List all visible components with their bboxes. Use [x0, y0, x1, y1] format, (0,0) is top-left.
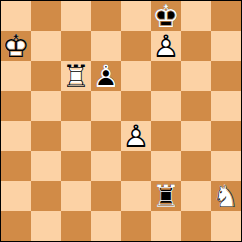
square-h2[interactable]: ♞♘ [211, 181, 241, 211]
square-a4[interactable] [1, 121, 31, 151]
square-h5[interactable] [211, 91, 241, 121]
square-b4[interactable] [31, 121, 61, 151]
square-c8[interactable] [61, 1, 91, 31]
square-h8[interactable] [211, 1, 241, 31]
square-f1[interactable] [151, 211, 181, 241]
square-e5[interactable] [121, 91, 151, 121]
square-e7[interactable] [121, 31, 151, 61]
white-knight-fill: ♞ [211, 181, 241, 211]
square-b7[interactable] [31, 31, 61, 61]
square-g1[interactable] [181, 211, 211, 241]
square-g4[interactable] [181, 121, 211, 151]
square-f4[interactable] [151, 121, 181, 151]
chess-board: ♚♔♚♔♟♙♜♖♟♙♟♙♜♖♞♘ [0, 0, 242, 242]
white-pawn-icon: ♙ [121, 121, 151, 151]
square-d4[interactable] [91, 121, 121, 151]
black-king-icon: ♔ [151, 1, 181, 31]
square-c7[interactable] [61, 31, 91, 61]
square-g7[interactable] [181, 31, 211, 61]
square-f5[interactable] [151, 91, 181, 121]
square-f8[interactable]: ♚♔ [151, 1, 181, 31]
square-c4[interactable] [61, 121, 91, 151]
black-rook-icon: ♖ [151, 181, 181, 211]
square-a3[interactable] [1, 151, 31, 181]
square-g3[interactable] [181, 151, 211, 181]
square-h1[interactable] [211, 211, 241, 241]
white-pawn-fill: ♟ [121, 121, 151, 151]
square-a7[interactable]: ♚♔ [1, 31, 31, 61]
square-e3[interactable] [121, 151, 151, 181]
black-pawn-fill: ♟ [91, 61, 121, 91]
square-h6[interactable] [211, 61, 241, 91]
white-knight-icon: ♘ [211, 181, 241, 211]
square-d8[interactable] [91, 1, 121, 31]
square-g8[interactable] [181, 1, 211, 31]
square-b2[interactable] [31, 181, 61, 211]
square-e1[interactable] [121, 211, 151, 241]
square-g6[interactable] [181, 61, 211, 91]
square-c5[interactable] [61, 91, 91, 121]
square-b5[interactable] [31, 91, 61, 121]
black-king-fill: ♚ [151, 1, 181, 31]
square-d7[interactable] [91, 31, 121, 61]
square-e6[interactable] [121, 61, 151, 91]
square-d1[interactable] [91, 211, 121, 241]
white-pawn-icon: ♙ [151, 31, 181, 61]
square-f3[interactable] [151, 151, 181, 181]
white-rook-icon: ♖ [61, 61, 91, 91]
chess-board-screenshot: ♚♔♚♔♟♙♜♖♟♙♟♙♜♖♞♘ [0, 0, 242, 242]
square-f2[interactable]: ♜♖ [151, 181, 181, 211]
square-h3[interactable] [211, 151, 241, 181]
square-d5[interactable] [91, 91, 121, 121]
square-f7[interactable]: ♟♙ [151, 31, 181, 61]
black-rook-fill: ♜ [151, 181, 181, 211]
square-b1[interactable] [31, 211, 61, 241]
square-d6[interactable]: ♟♙ [91, 61, 121, 91]
square-b6[interactable] [31, 61, 61, 91]
white-king-fill: ♚ [1, 31, 31, 61]
white-rook-fill: ♜ [61, 61, 91, 91]
square-a1[interactable] [1, 211, 31, 241]
square-b8[interactable] [31, 1, 61, 31]
square-f6[interactable] [151, 61, 181, 91]
square-c6[interactable]: ♜♖ [61, 61, 91, 91]
square-d3[interactable] [91, 151, 121, 181]
square-c2[interactable] [61, 181, 91, 211]
square-e8[interactable] [121, 1, 151, 31]
black-pawn-icon: ♙ [91, 61, 121, 91]
square-c1[interactable] [61, 211, 91, 241]
white-pawn-fill: ♟ [151, 31, 181, 61]
square-a5[interactable] [1, 91, 31, 121]
square-h4[interactable] [211, 121, 241, 151]
square-a2[interactable] [1, 181, 31, 211]
square-g5[interactable] [181, 91, 211, 121]
square-h7[interactable] [211, 31, 241, 61]
square-a8[interactable] [1, 1, 31, 31]
white-king-icon: ♔ [1, 31, 31, 61]
square-g2[interactable] [181, 181, 211, 211]
square-e4[interactable]: ♟♙ [121, 121, 151, 151]
square-e2[interactable] [121, 181, 151, 211]
square-d2[interactable] [91, 181, 121, 211]
square-a6[interactable] [1, 61, 31, 91]
square-c3[interactable] [61, 151, 91, 181]
square-b3[interactable] [31, 151, 61, 181]
